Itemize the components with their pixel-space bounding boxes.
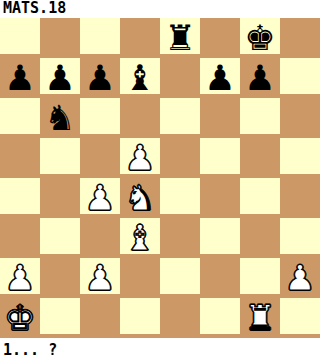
- puzzle-title: MATS.18: [0, 0, 320, 18]
- square-a3[interactable]: [0, 218, 40, 258]
- square-d2[interactable]: [120, 258, 160, 298]
- square-g2[interactable]: [240, 258, 280, 298]
- white-pawn-c4: ♟: [80, 178, 120, 218]
- black-pawn-f7: ♟: [200, 58, 240, 98]
- move-prompt: 1... ?: [0, 338, 320, 360]
- black-rook-e8: ♜: [160, 18, 200, 58]
- black-pawn-c7: ♟: [80, 58, 120, 98]
- square-e6[interactable]: [160, 98, 200, 138]
- square-a7[interactable]: ♟: [0, 58, 40, 98]
- square-h3[interactable]: [280, 218, 320, 258]
- square-c4[interactable]: ♟: [80, 178, 120, 218]
- square-f7[interactable]: ♟: [200, 58, 240, 98]
- square-a4[interactable]: [0, 178, 40, 218]
- square-b1[interactable]: [40, 298, 80, 338]
- black-pawn-b7: ♟: [40, 58, 80, 98]
- square-d8[interactable]: [120, 18, 160, 58]
- black-pawn-g7: ♟: [240, 58, 280, 98]
- white-knight-d4: ♞: [120, 178, 160, 218]
- square-b7[interactable]: ♟: [40, 58, 80, 98]
- black-bishop-d7: ♝: [120, 58, 160, 98]
- square-e8[interactable]: ♜: [160, 18, 200, 58]
- square-g7[interactable]: ♟: [240, 58, 280, 98]
- black-king-g8: ♚: [240, 18, 280, 58]
- square-d3[interactable]: ♝: [120, 218, 160, 258]
- square-f6[interactable]: [200, 98, 240, 138]
- square-e4[interactable]: [160, 178, 200, 218]
- square-a1[interactable]: ♚: [0, 298, 40, 338]
- square-c2[interactable]: ♟: [80, 258, 120, 298]
- black-pawn-a7: ♟: [0, 58, 40, 98]
- square-a2[interactable]: ♟: [0, 258, 40, 298]
- square-b8[interactable]: [40, 18, 80, 58]
- square-f1[interactable]: [200, 298, 240, 338]
- white-bishop-d3: ♝: [120, 218, 160, 258]
- square-d1[interactable]: [120, 298, 160, 338]
- square-h7[interactable]: [280, 58, 320, 98]
- square-f4[interactable]: [200, 178, 240, 218]
- white-pawn-d5: ♟: [120, 138, 160, 178]
- square-f2[interactable]: [200, 258, 240, 298]
- square-h4[interactable]: [280, 178, 320, 218]
- square-e5[interactable]: [160, 138, 200, 178]
- white-pawn-h2: ♟: [280, 258, 320, 298]
- square-g8[interactable]: ♚: [240, 18, 280, 58]
- square-h8[interactable]: [280, 18, 320, 58]
- square-f3[interactable]: [200, 218, 240, 258]
- square-e2[interactable]: [160, 258, 200, 298]
- square-b3[interactable]: [40, 218, 80, 258]
- square-h2[interactable]: ♟: [280, 258, 320, 298]
- square-a5[interactable]: [0, 138, 40, 178]
- square-c6[interactable]: [80, 98, 120, 138]
- square-a6[interactable]: [0, 98, 40, 138]
- square-h5[interactable]: [280, 138, 320, 178]
- square-h1[interactable]: [280, 298, 320, 338]
- square-d4[interactable]: ♞: [120, 178, 160, 218]
- square-f5[interactable]: [200, 138, 240, 178]
- square-b2[interactable]: [40, 258, 80, 298]
- square-c1[interactable]: [80, 298, 120, 338]
- square-d7[interactable]: ♝: [120, 58, 160, 98]
- square-a8[interactable]: [0, 18, 40, 58]
- chess-board: ♜♚♟♟♟♝♟♟♞♟♟♞♝♟♟♟♚♜: [0, 18, 320, 338]
- black-knight-b6: ♞: [40, 98, 80, 138]
- square-b4[interactable]: [40, 178, 80, 218]
- square-g5[interactable]: [240, 138, 280, 178]
- square-b5[interactable]: [40, 138, 80, 178]
- square-g4[interactable]: [240, 178, 280, 218]
- square-g1[interactable]: ♜: [240, 298, 280, 338]
- square-d5[interactable]: ♟: [120, 138, 160, 178]
- square-f8[interactable]: [200, 18, 240, 58]
- square-c5[interactable]: [80, 138, 120, 178]
- square-e3[interactable]: [160, 218, 200, 258]
- square-c7[interactable]: ♟: [80, 58, 120, 98]
- white-pawn-a2: ♟: [0, 258, 40, 298]
- square-b6[interactable]: ♞: [40, 98, 80, 138]
- white-pawn-c2: ♟: [80, 258, 120, 298]
- square-e7[interactable]: [160, 58, 200, 98]
- square-e1[interactable]: [160, 298, 200, 338]
- square-c8[interactable]: [80, 18, 120, 58]
- square-c3[interactable]: [80, 218, 120, 258]
- square-h6[interactable]: [280, 98, 320, 138]
- square-d6[interactable]: [120, 98, 160, 138]
- square-g3[interactable]: [240, 218, 280, 258]
- square-g6[interactable]: [240, 98, 280, 138]
- white-rook-g1: ♜: [240, 298, 280, 338]
- white-king-a1: ♚: [0, 298, 40, 338]
